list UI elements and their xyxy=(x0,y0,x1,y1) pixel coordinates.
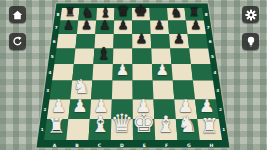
settings-button[interactable] xyxy=(242,6,259,23)
hint-button[interactable] xyxy=(242,33,259,50)
piece-black-knight-g8[interactable]: ♞ xyxy=(170,6,182,19)
piece-white-pawn-d4[interactable]: ♟ xyxy=(116,63,129,78)
undo-icon xyxy=(12,36,23,47)
home-button[interactable] xyxy=(9,6,26,23)
piece-black-bishop-c8[interactable]: ♝ xyxy=(100,6,112,19)
piece-black-pawn-c7[interactable]: ♟ xyxy=(100,20,111,32)
piece-black-knight-b8[interactable]: ♞ xyxy=(82,6,94,19)
piece-black-rook-a8[interactable]: ♜ xyxy=(65,7,76,19)
piece-black-bishop-c5[interactable]: ♝ xyxy=(96,45,111,61)
piece-white-rook-a1[interactable]: ♜ xyxy=(47,116,65,136)
piece-white-bishop-f1[interactable]: ♝ xyxy=(156,114,176,137)
piece-black-pawn-h7[interactable]: ♟ xyxy=(190,20,201,32)
piece-black-pawn-e6[interactable]: ♟ xyxy=(136,33,147,46)
piece-white-rook-h1[interactable]: ♜ xyxy=(200,116,218,136)
piece-white-queen-d1[interactable]: ♛ xyxy=(111,111,134,136)
piece-black-king-e8[interactable]: ♚ xyxy=(134,3,148,18)
piece-black-pawn-g6[interactable]: ♟ xyxy=(173,33,184,46)
piece-black-pawn-d7[interactable]: ♟ xyxy=(118,20,129,32)
home-icon xyxy=(12,10,23,20)
piece-white-knight-g1[interactable]: ♞ xyxy=(177,114,197,137)
piece-black-rook-h8[interactable]: ♜ xyxy=(189,7,200,19)
piece-black-queen-d8[interactable]: ♛ xyxy=(117,4,130,19)
piece-white-pawn-b2[interactable]: ♟ xyxy=(72,98,88,116)
gear-icon xyxy=(245,9,257,21)
undo-button[interactable] xyxy=(9,33,26,50)
piece-black-pawn-f7[interactable]: ♟ xyxy=(154,20,165,32)
lightbulb-icon xyxy=(246,36,256,48)
piece-white-king-e1[interactable]: ♚ xyxy=(132,110,155,136)
piece-black-pawn-b7[interactable]: ♟ xyxy=(81,20,92,32)
piece-black-pawn-a7[interactable]: ♟ xyxy=(63,20,74,32)
piece-white-bishop-c1[interactable]: ♝ xyxy=(90,114,110,137)
piece-white-pawn-f4[interactable]: ♟ xyxy=(155,63,168,78)
pieces-layer: ♜♞♝♛♚♞♜♟♟♟♟♟♟♟♟♝♟♟♞♟♟♟♟♟♟♜♝♛♚♝♞♜ xyxy=(0,0,267,150)
piece-white-knight-b3[interactable]: ♞ xyxy=(73,77,90,96)
game-screen: ABCDEFGH8877665544332211 ♜♞♝♛♚♞♜♟♟♟♟♟♟♟♟… xyxy=(0,0,267,150)
